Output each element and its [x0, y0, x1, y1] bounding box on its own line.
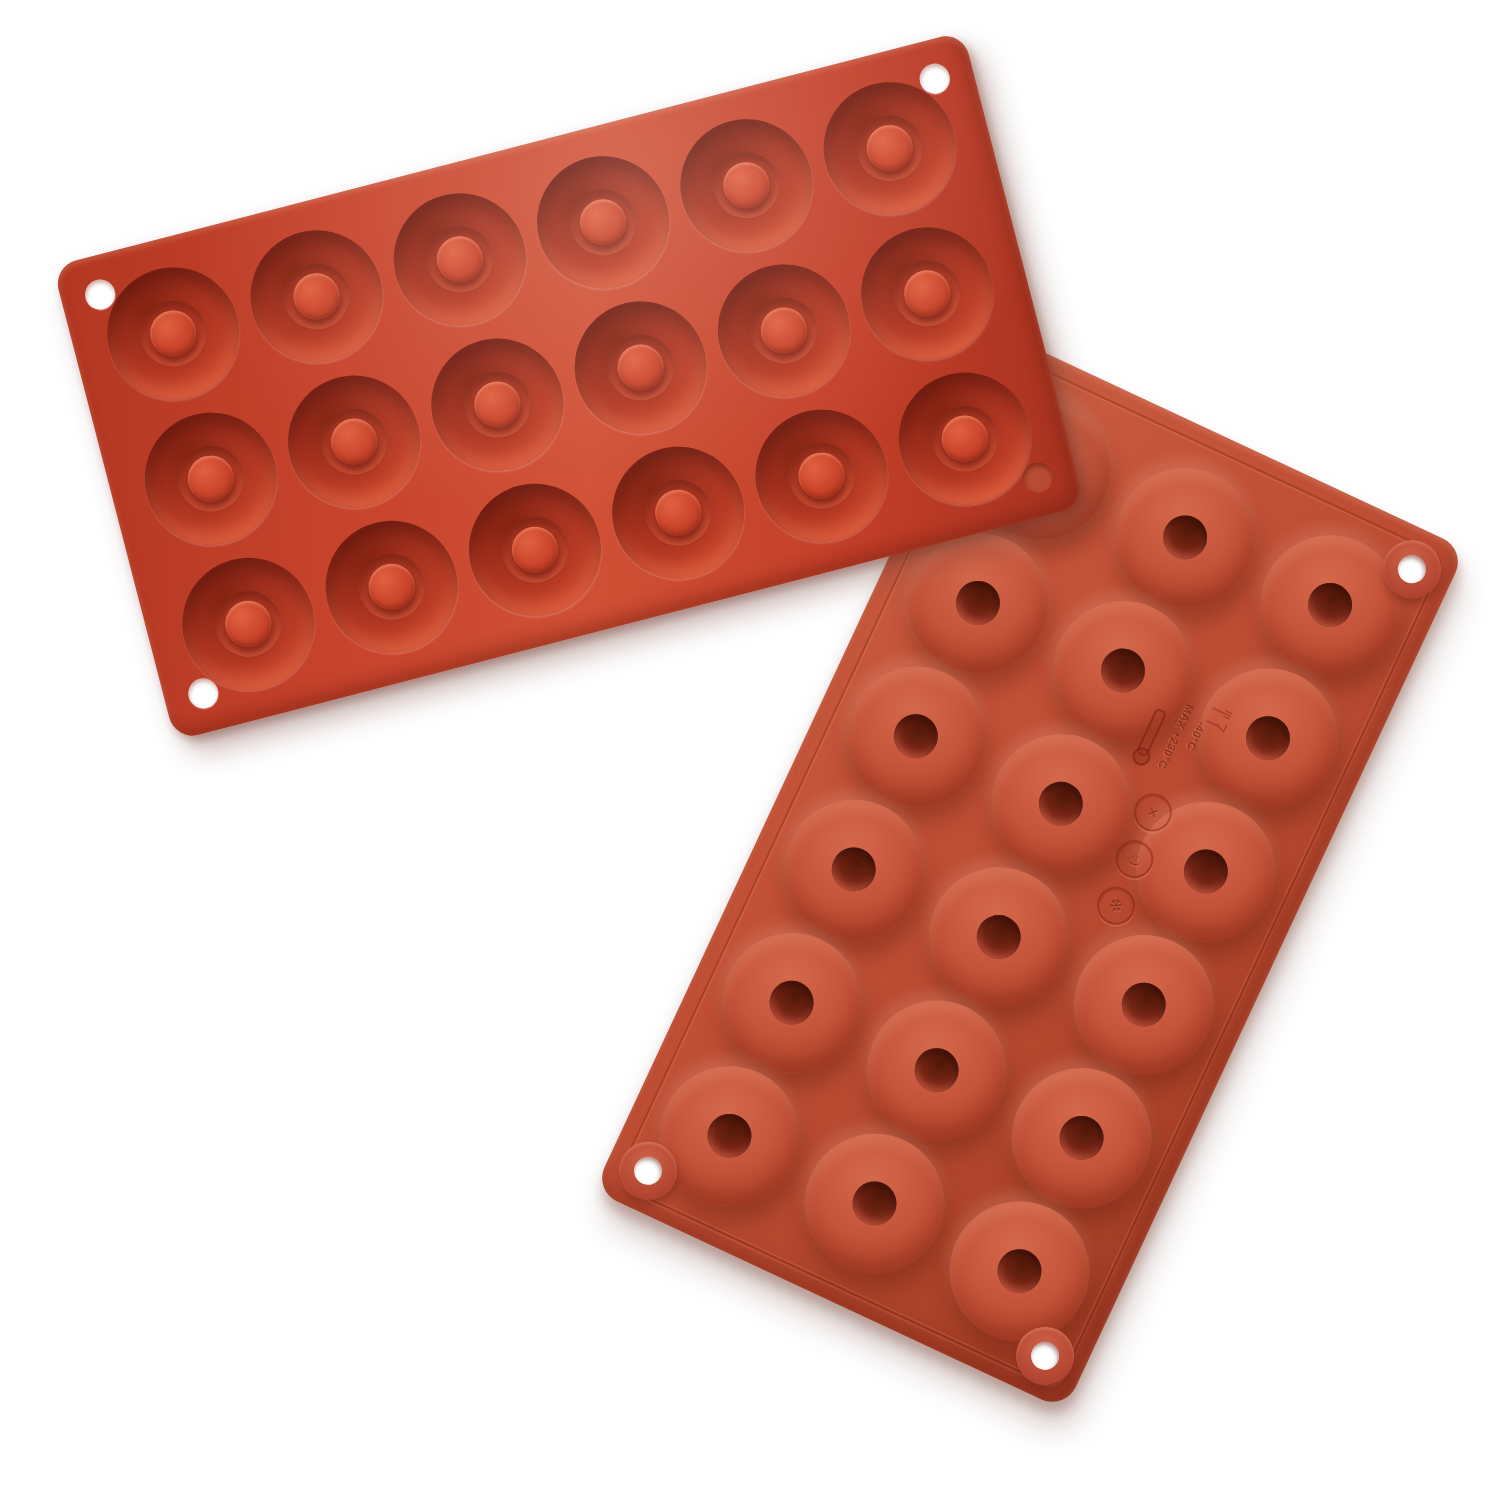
donut-cavity	[236, 216, 397, 377]
donut-cavity	[130, 398, 291, 559]
donut-cavity	[704, 250, 865, 411]
donut-cavity	[379, 179, 540, 340]
donut-cavity	[523, 142, 684, 303]
donut-cavity	[666, 105, 827, 266]
donut-cavity	[93, 253, 254, 414]
donut-cavity	[884, 358, 1045, 519]
donut-cavity	[741, 395, 902, 556]
donut-cavity	[274, 361, 435, 522]
donut-cavity	[560, 287, 721, 448]
donut-cavity	[847, 213, 1008, 374]
donut-cavity	[311, 506, 472, 667]
donut-cavity	[598, 432, 759, 593]
donut-cavity	[454, 469, 615, 630]
product-photo: MAX +230°C -40°C ×♨❄	[0, 0, 1500, 1500]
donut-cavity	[809, 68, 970, 229]
donut-cavity	[168, 543, 329, 704]
donut-cavity	[417, 324, 578, 485]
